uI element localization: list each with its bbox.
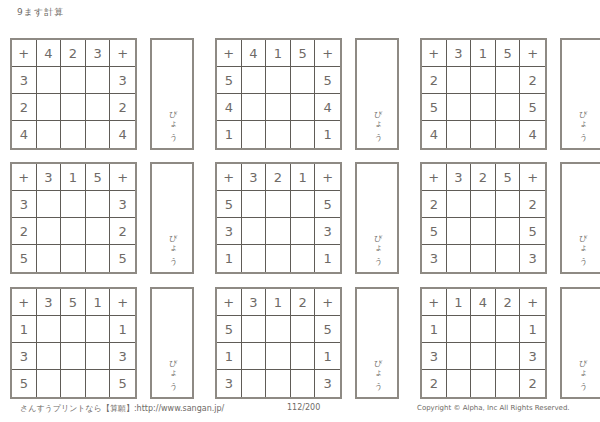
left-addend-cell: 3 [12, 343, 37, 370]
answer-cell[interactable] [242, 94, 267, 121]
seconds-label: びょう [577, 229, 588, 262]
answer-cell[interactable] [496, 218, 521, 245]
left-addend-cell: 5 [217, 67, 242, 94]
seconds-box: びょう [355, 162, 399, 274]
grid-row: 11 [422, 316, 545, 343]
answer-cell[interactable] [61, 245, 86, 272]
top-addend-cell: 3 [86, 40, 111, 67]
footer-copyright: Copyright © Alpha, Inc All Rights Reserv… [417, 404, 570, 412]
left-addend-cell: 2 [422, 370, 447, 397]
answer-cell[interactable] [291, 370, 316, 397]
left-addend-cell: 5 [422, 94, 447, 121]
answer-cell[interactable] [447, 343, 472, 370]
answer-cell[interactable] [61, 343, 86, 370]
puzzle-unit: +415+554411 びょう [215, 38, 399, 150]
grid-row: 22 [422, 370, 545, 397]
top-addend-cell: 1 [86, 289, 111, 316]
right-addend-cell: 1 [315, 245, 340, 272]
puzzle-unit: +351+113355 びょう [10, 287, 194, 399]
calc-grid: +312+551133 [215, 287, 342, 399]
answer-cell[interactable] [447, 245, 472, 272]
answer-cell[interactable] [61, 121, 86, 148]
grid-row: 33 [422, 245, 545, 272]
puzzle-unit: +312+551133 びょう [215, 287, 399, 399]
grid-row: 11 [217, 245, 340, 272]
seconds-label: びょう [577, 105, 588, 138]
left-addend-cell: 3 [12, 67, 37, 94]
left-addend-cell: 3 [422, 245, 447, 272]
grid-row: 11 [217, 121, 340, 148]
grid-row: +415+ [217, 40, 340, 67]
operator-cell: + [315, 289, 340, 316]
answer-cell[interactable] [471, 67, 496, 94]
right-addend-cell: 4 [315, 94, 340, 121]
seconds-box: びょう [355, 38, 399, 150]
answer-cell[interactable] [37, 191, 62, 218]
grid-row: 44 [422, 121, 545, 148]
grid-row: 22 [12, 94, 135, 121]
answer-cell[interactable] [61, 191, 86, 218]
footer-source-text: さんすうプリントなら【算願】:http://www.sangan.jp/ [20, 403, 224, 414]
grid-row: 33 [12, 191, 135, 218]
operator-cell: + [520, 40, 545, 67]
answer-cell[interactable] [266, 218, 291, 245]
operator-cell: + [422, 289, 447, 316]
seconds-label: びょう [577, 354, 588, 387]
grid-row: 55 [217, 67, 340, 94]
answer-cell[interactable] [471, 191, 496, 218]
operator-cell: + [12, 40, 37, 67]
grids-area: +423+332244 びょう +415+554411 びょう +315+225… [10, 38, 596, 400]
grid-row: 33 [12, 343, 135, 370]
answer-cell[interactable] [496, 121, 521, 148]
top-addend-cell: 4 [37, 40, 62, 67]
left-addend-cell: 5 [12, 245, 37, 272]
puzzle-unit: +423+332244 びょう [10, 38, 194, 150]
top-addend-cell: 1 [291, 164, 316, 191]
left-addend-cell: 2 [422, 67, 447, 94]
answer-cell[interactable] [242, 245, 267, 272]
answer-cell[interactable] [471, 316, 496, 343]
grid-row: 55 [422, 94, 545, 121]
answer-cell[interactable] [471, 343, 496, 370]
grid-row: 33 [217, 370, 340, 397]
left-addend-cell: 2 [422, 191, 447, 218]
grid-row: 44 [217, 94, 340, 121]
answer-cell[interactable] [37, 343, 62, 370]
right-addend-cell: 5 [520, 94, 545, 121]
operator-cell: + [12, 164, 37, 191]
left-addend-cell: 5 [422, 218, 447, 245]
seconds-box: びょう [150, 38, 194, 150]
operator-cell: + [422, 40, 447, 67]
answer-cell[interactable] [471, 121, 496, 148]
answer-cell[interactable] [496, 245, 521, 272]
top-addend-cell: 2 [496, 289, 521, 316]
answer-cell[interactable] [496, 67, 521, 94]
left-addend-cell: 4 [217, 94, 242, 121]
answer-cell[interactable] [471, 245, 496, 272]
operator-cell: + [217, 289, 242, 316]
right-addend-cell: 4 [520, 121, 545, 148]
top-addend-cell: 4 [471, 289, 496, 316]
right-addend-cell: 2 [110, 94, 135, 121]
answer-cell[interactable] [496, 191, 521, 218]
left-addend-cell: 1 [422, 316, 447, 343]
calc-grid: +321+553311 [215, 162, 342, 274]
top-addend-cell: 3 [242, 289, 267, 316]
left-addend-cell: 5 [217, 191, 242, 218]
grid-row: +423+ [12, 40, 135, 67]
top-addend-cell: 1 [266, 40, 291, 67]
top-addend-cell: 1 [266, 289, 291, 316]
worksheet-row-2: +315+332255 びょう +321+553311 びょう +325+225… [10, 162, 600, 274]
answer-cell[interactable] [291, 121, 316, 148]
answer-cell[interactable] [242, 370, 267, 397]
answer-cell[interactable] [37, 218, 62, 245]
grid-row: +321+ [217, 164, 340, 191]
operator-cell: + [217, 164, 242, 191]
worksheet-page: 9ます計算 +423+332244 びょう +415+554411 びょう +3… [0, 0, 600, 422]
answer-cell[interactable] [86, 121, 111, 148]
left-addend-cell: 1 [217, 245, 242, 272]
answer-cell[interactable] [242, 121, 267, 148]
answer-cell[interactable] [266, 343, 291, 370]
page-title: 9ます計算 [17, 6, 64, 19]
answer-cell[interactable] [242, 67, 267, 94]
puzzle-unit: +315+225544 びょう [420, 38, 600, 150]
left-addend-cell: 1 [217, 121, 242, 148]
right-addend-cell: 2 [110, 218, 135, 245]
answer-cell[interactable] [447, 218, 472, 245]
left-addend-cell: 1 [217, 343, 242, 370]
answer-cell[interactable] [266, 370, 291, 397]
answer-cell[interactable] [291, 218, 316, 245]
seconds-box: びょう [150, 162, 194, 274]
answer-cell[interactable] [37, 94, 62, 121]
top-addend-cell: 3 [447, 40, 472, 67]
grid-row: +315+ [422, 40, 545, 67]
answer-cell[interactable] [37, 370, 62, 397]
seconds-box: びょう [560, 287, 600, 399]
answer-cell[interactable] [242, 343, 267, 370]
left-addend-cell: 5 [217, 316, 242, 343]
right-addend-cell: 1 [315, 343, 340, 370]
operator-cell: + [315, 164, 340, 191]
answer-cell[interactable] [242, 218, 267, 245]
left-addend-cell: 4 [422, 121, 447, 148]
answer-cell[interactable] [471, 94, 496, 121]
answer-cell[interactable] [242, 191, 267, 218]
answer-cell[interactable] [447, 370, 472, 397]
right-addend-cell: 3 [520, 343, 545, 370]
answer-cell[interactable] [86, 245, 111, 272]
right-addend-cell: 2 [520, 370, 545, 397]
answer-cell[interactable] [447, 316, 472, 343]
right-addend-cell: 1 [110, 316, 135, 343]
right-addend-cell: 5 [315, 191, 340, 218]
answer-cell[interactable] [86, 218, 111, 245]
answer-cell[interactable] [86, 94, 111, 121]
right-addend-cell: 5 [110, 370, 135, 397]
grid-row: 55 [12, 245, 135, 272]
top-addend-cell: 2 [471, 164, 496, 191]
operator-cell: + [520, 164, 545, 191]
top-addend-cell: 1 [447, 289, 472, 316]
grid-row: 33 [217, 218, 340, 245]
footer-page-number: 112/200 [287, 403, 320, 412]
answer-cell[interactable] [291, 67, 316, 94]
puzzle-unit: +315+332255 びょう [10, 162, 194, 274]
seconds-box: びょう [560, 162, 600, 274]
right-addend-cell: 3 [315, 218, 340, 245]
calc-grid: +415+554411 [215, 38, 342, 150]
right-addend-cell: 3 [520, 245, 545, 272]
answer-cell[interactable] [447, 121, 472, 148]
grid-row: +351+ [12, 289, 135, 316]
top-addend-cell: 4 [242, 40, 267, 67]
answer-cell[interactable] [447, 191, 472, 218]
seconds-label: びょう [372, 354, 383, 387]
answer-cell[interactable] [447, 67, 472, 94]
grid-row: 33 [422, 343, 545, 370]
answer-cell[interactable] [37, 121, 62, 148]
operator-cell: + [12, 289, 37, 316]
answer-cell[interactable] [266, 191, 291, 218]
right-addend-cell: 3 [315, 370, 340, 397]
puzzle-unit: +142+113322 びょう [420, 287, 600, 399]
answer-cell[interactable] [37, 245, 62, 272]
grid-row: 55 [422, 218, 545, 245]
top-addend-cell: 1 [61, 164, 86, 191]
grid-row: 55 [217, 316, 340, 343]
grid-row: 33 [12, 67, 135, 94]
left-addend-cell: 3 [12, 191, 37, 218]
grid-row: 22 [422, 191, 545, 218]
operator-cell: + [110, 164, 135, 191]
seconds-label: びょう [167, 354, 178, 387]
answer-cell[interactable] [37, 316, 62, 343]
top-addend-cell: 2 [291, 289, 316, 316]
right-addend-cell: 2 [520, 67, 545, 94]
worksheet-row-3: +351+113355 びょう +312+551133 びょう +142+113… [10, 287, 600, 399]
top-addend-cell: 5 [496, 164, 521, 191]
grid-row: 11 [217, 343, 340, 370]
answer-cell[interactable] [496, 343, 521, 370]
left-addend-cell: 3 [422, 343, 447, 370]
right-addend-cell: 5 [520, 218, 545, 245]
left-addend-cell: 4 [12, 121, 37, 148]
top-addend-cell: 3 [447, 164, 472, 191]
top-addend-cell: 3 [37, 164, 62, 191]
operator-cell: + [110, 40, 135, 67]
answer-cell[interactable] [291, 191, 316, 218]
top-addend-cell: 2 [266, 164, 291, 191]
answer-cell[interactable] [291, 343, 316, 370]
top-addend-cell: 5 [86, 164, 111, 191]
operator-cell: + [422, 164, 447, 191]
grid-row: +312+ [217, 289, 340, 316]
grid-row: 44 [12, 121, 135, 148]
answer-cell[interactable] [86, 370, 111, 397]
top-addend-cell: 1 [471, 40, 496, 67]
left-addend-cell: 2 [12, 94, 37, 121]
answer-cell[interactable] [86, 191, 111, 218]
top-addend-cell: 3 [242, 164, 267, 191]
answer-cell[interactable] [266, 316, 291, 343]
right-addend-cell: 5 [110, 245, 135, 272]
seconds-box: びょう [150, 287, 194, 399]
seconds-label: びょう [372, 105, 383, 138]
answer-cell[interactable] [37, 67, 62, 94]
calc-grid: +315+225544 [420, 38, 547, 150]
grid-row: +142+ [422, 289, 545, 316]
puzzle-unit: +321+553311 びょう [215, 162, 399, 274]
worksheet-row-1: +423+332244 びょう +415+554411 びょう +315+225… [10, 38, 600, 150]
puzzle-unit: +325+225533 びょう [420, 162, 600, 274]
answer-cell[interactable] [447, 94, 472, 121]
operator-cell: + [315, 40, 340, 67]
left-addend-cell: 5 [12, 370, 37, 397]
answer-cell[interactable] [496, 370, 521, 397]
answer-cell[interactable] [86, 316, 111, 343]
operator-cell: + [217, 40, 242, 67]
answer-cell[interactable] [471, 218, 496, 245]
answer-cell[interactable] [86, 343, 111, 370]
top-addend-cell: 5 [61, 289, 86, 316]
top-addend-cell: 3 [37, 289, 62, 316]
answer-cell[interactable] [266, 67, 291, 94]
seconds-label: びょう [372, 229, 383, 262]
grid-row: +325+ [422, 164, 545, 191]
right-addend-cell: 2 [520, 191, 545, 218]
top-addend-cell: 5 [291, 40, 316, 67]
answer-cell[interactable] [61, 94, 86, 121]
right-addend-cell: 1 [520, 316, 545, 343]
left-addend-cell: 1 [12, 316, 37, 343]
right-addend-cell: 1 [315, 121, 340, 148]
seconds-box: びょう [560, 38, 600, 150]
answer-cell[interactable] [242, 316, 267, 343]
top-addend-cell: 5 [496, 40, 521, 67]
answer-cell[interactable] [61, 370, 86, 397]
top-addend-cell: 2 [61, 40, 86, 67]
grid-row: 55 [12, 370, 135, 397]
left-addend-cell: 3 [217, 370, 242, 397]
answer-cell[interactable] [266, 94, 291, 121]
grid-row: 22 [12, 218, 135, 245]
answer-cell[interactable] [291, 316, 316, 343]
answer-cell[interactable] [86, 67, 111, 94]
grid-row: 22 [422, 67, 545, 94]
calc-grid: +315+332255 [10, 162, 137, 274]
operator-cell: + [520, 289, 545, 316]
answer-cell[interactable] [266, 245, 291, 272]
grid-row: 11 [12, 316, 135, 343]
right-addend-cell: 3 [110, 191, 135, 218]
right-addend-cell: 3 [110, 343, 135, 370]
right-addend-cell: 4 [110, 121, 135, 148]
seconds-label: びょう [167, 229, 178, 262]
right-addend-cell: 5 [315, 67, 340, 94]
answer-cell[interactable] [61, 316, 86, 343]
grid-row: 55 [217, 191, 340, 218]
answer-cell[interactable] [61, 67, 86, 94]
calc-grid: +351+113355 [10, 287, 137, 399]
right-addend-cell: 3 [110, 67, 135, 94]
answer-cell[interactable] [291, 94, 316, 121]
calc-grid: +325+225533 [420, 162, 547, 274]
answer-cell[interactable] [471, 370, 496, 397]
operator-cell: + [110, 289, 135, 316]
right-addend-cell: 5 [315, 316, 340, 343]
left-addend-cell: 2 [12, 218, 37, 245]
answer-cell[interactable] [61, 218, 86, 245]
left-addend-cell: 3 [217, 218, 242, 245]
calc-grid: +423+332244 [10, 38, 137, 150]
seconds-label: びょう [167, 105, 178, 138]
calc-grid: +142+113322 [420, 287, 547, 399]
answer-cell[interactable] [496, 316, 521, 343]
grid-row: +315+ [12, 164, 135, 191]
answer-cell[interactable] [266, 121, 291, 148]
answer-cell[interactable] [496, 94, 521, 121]
seconds-box: びょう [355, 287, 399, 399]
answer-cell[interactable] [291, 245, 316, 272]
